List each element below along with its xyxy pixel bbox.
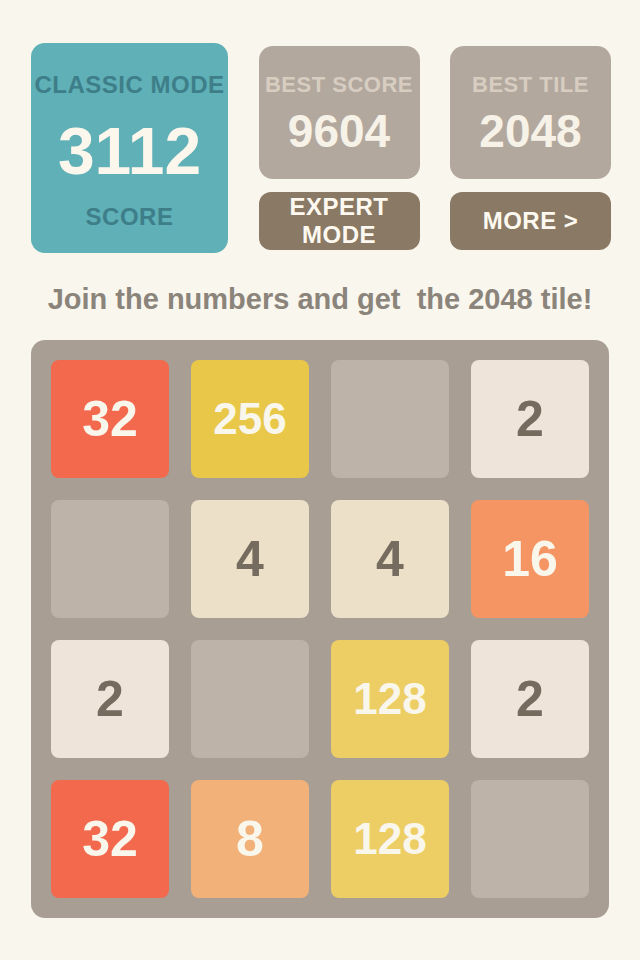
tile-32: 32 <box>51 780 169 898</box>
board[interactable]: 322562441621282328128 <box>31 340 609 918</box>
best-score-panel: BEST SCORE 9604 <box>259 46 420 179</box>
best-tile-value: 2048 <box>479 108 581 154</box>
classic-mode-title: CLASSIC MODE <box>34 71 224 99</box>
best-score-value: 9604 <box>288 108 390 154</box>
best-tile-panel: BEST TILE 2048 <box>450 46 611 179</box>
best-score-label: BEST SCORE <box>265 72 413 98</box>
current-score: 3112 <box>58 118 201 184</box>
tile-32: 32 <box>51 360 169 478</box>
tile-256: 256 <box>191 360 309 478</box>
tile-8: 8 <box>191 780 309 898</box>
more-button[interactable]: MORE > <box>450 192 611 250</box>
tile-16: 16 <box>471 500 589 618</box>
best-tile-column: BEST TILE 2048 MORE > <box>450 46 611 253</box>
expert-mode-button[interactable]: EXPERT MODE <box>259 192 420 250</box>
tile-2: 2 <box>51 640 169 758</box>
classic-mode-panel: CLASSIC MODE 3112 SCORE <box>31 43 228 253</box>
tile-128: 128 <box>331 640 449 758</box>
tile-128: 128 <box>331 780 449 898</box>
score-caption: SCORE <box>86 203 174 231</box>
app-screen: CLASSIC MODE 3112 SCORE BEST SCORE 9604 … <box>0 0 640 960</box>
empty-cell <box>471 780 589 898</box>
tile-2: 2 <box>471 360 589 478</box>
tile-2: 2 <box>471 640 589 758</box>
header: CLASSIC MODE 3112 SCORE BEST SCORE 9604 … <box>0 0 640 253</box>
empty-cell <box>191 640 309 758</box>
tagline: Join the numbers and get the 2048 tile! <box>0 283 640 316</box>
tile-4: 4 <box>191 500 309 618</box>
empty-cell <box>331 360 449 478</box>
empty-cell <box>51 500 169 618</box>
tile-4: 4 <box>331 500 449 618</box>
best-score-column: BEST SCORE 9604 EXPERT MODE <box>259 46 420 253</box>
best-tile-label: BEST TILE <box>472 72 589 98</box>
